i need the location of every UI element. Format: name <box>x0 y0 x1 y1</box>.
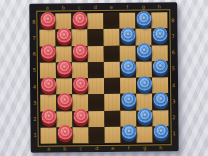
blue-piece-f3[interactable] <box>121 92 136 107</box>
board-frame: abcdefgh abcdefgh 87654321 87654321 <box>29 2 179 153</box>
square-b5[interactable] <box>56 62 72 78</box>
square-g6[interactable] <box>136 45 152 61</box>
red-piece-b3[interactable] <box>57 93 72 108</box>
square-h5[interactable] <box>152 61 168 77</box>
rank-label: 2 <box>32 111 38 127</box>
square-g1[interactable] <box>137 126 153 142</box>
blue-piece-h7[interactable] <box>152 27 167 42</box>
square-b1[interactable] <box>57 127 73 143</box>
blue-piece-h3[interactable] <box>153 92 168 107</box>
square-d4[interactable] <box>88 78 104 94</box>
rank-labels-right: 87654321 <box>170 12 177 142</box>
square-c8[interactable] <box>71 13 87 29</box>
file-labels-top: abcdefgh <box>39 3 167 10</box>
file-label: a <box>39 5 55 11</box>
file-label: h <box>151 3 167 9</box>
rank-label: 3 <box>171 93 177 109</box>
red-piece-a8[interactable] <box>40 12 55 27</box>
square-a6[interactable] <box>40 46 56 62</box>
red-piece-c2[interactable] <box>73 109 88 124</box>
rank-label: 7 <box>31 30 37 46</box>
board-grid <box>39 12 168 143</box>
square-d7[interactable] <box>87 29 103 45</box>
square-e3[interactable] <box>104 94 120 110</box>
rank-label: 1 <box>32 127 38 143</box>
rank-label: 2 <box>171 110 177 126</box>
rank-label: 5 <box>170 61 176 77</box>
file-label: a <box>41 145 57 151</box>
red-piece-b1[interactable] <box>57 125 72 140</box>
red-piece-a4[interactable] <box>40 77 55 92</box>
file-label: h <box>153 144 169 150</box>
red-piece-c8[interactable] <box>72 11 87 26</box>
square-d3[interactable] <box>88 94 104 110</box>
square-d2[interactable] <box>88 110 104 126</box>
square-d6[interactable] <box>88 46 104 62</box>
square-e1[interactable] <box>105 127 121 143</box>
file-label: f <box>121 145 137 151</box>
square-f7[interactable] <box>119 29 135 45</box>
rank-label: 1 <box>171 126 177 142</box>
square-c2[interactable] <box>72 111 88 127</box>
square-d5[interactable] <box>88 62 104 78</box>
square-a4[interactable] <box>40 79 56 95</box>
blue-piece-f1[interactable] <box>121 125 136 140</box>
square-d8[interactable] <box>87 13 103 29</box>
rank-label: 3 <box>32 95 38 111</box>
blue-piece-g2[interactable] <box>137 108 152 123</box>
file-label: f <box>119 4 135 10</box>
rank-label: 8 <box>31 14 37 30</box>
square-e4[interactable] <box>104 78 120 94</box>
file-label: b <box>57 145 73 151</box>
square-d1[interactable] <box>89 127 105 143</box>
red-piece-b7[interactable] <box>56 28 71 43</box>
photo-of-checkers-board: abcdefgh abcdefgh 87654321 87654321 <box>0 0 208 156</box>
blue-piece-h5[interactable] <box>152 59 167 74</box>
rank-labels-left: 87654321 <box>31 14 38 144</box>
square-c1[interactable] <box>73 127 89 143</box>
red-piece-a6[interactable] <box>40 44 55 59</box>
square-f5[interactable] <box>120 61 136 77</box>
square-a1[interactable] <box>41 127 57 143</box>
rank-label: 8 <box>170 12 176 28</box>
square-e2[interactable] <box>104 110 120 126</box>
red-piece-c6[interactable] <box>72 44 87 59</box>
red-piece-b5[interactable] <box>56 60 71 75</box>
square-g2[interactable] <box>136 110 152 126</box>
file-label: g <box>135 4 151 10</box>
square-e5[interactable] <box>104 62 120 78</box>
square-e6[interactable] <box>104 45 120 61</box>
blue-piece-g6[interactable] <box>136 43 151 58</box>
blue-piece-g4[interactable] <box>136 76 151 91</box>
file-label: c <box>73 145 89 151</box>
square-f1[interactable] <box>121 126 137 142</box>
file-label: d <box>87 4 103 10</box>
rank-label: 6 <box>170 45 176 61</box>
rank-label: 4 <box>32 79 38 95</box>
blue-piece-f7[interactable] <box>120 27 135 42</box>
file-label: e <box>105 145 121 151</box>
rank-label: 6 <box>31 46 37 62</box>
file-label: b <box>55 4 71 10</box>
rank-label: 4 <box>171 77 177 93</box>
square-h3[interactable] <box>152 94 168 110</box>
blue-piece-g8[interactable] <box>136 11 151 26</box>
blue-piece-h1[interactable] <box>153 124 168 139</box>
square-c4[interactable] <box>72 78 88 94</box>
square-b7[interactable] <box>55 30 71 46</box>
square-h1[interactable] <box>153 126 169 142</box>
file-label: d <box>89 145 105 151</box>
file-label: g <box>137 144 153 150</box>
square-a2[interactable] <box>40 111 56 127</box>
square-a8[interactable] <box>39 14 55 30</box>
square-f3[interactable] <box>120 94 136 110</box>
square-e8[interactable] <box>103 13 119 29</box>
red-piece-c4[interactable] <box>72 76 87 91</box>
square-b3[interactable] <box>56 95 72 111</box>
file-labels-bottom: abcdefgh <box>41 144 169 151</box>
file-label: c <box>71 4 87 10</box>
blue-piece-f5[interactable] <box>120 60 135 75</box>
square-c6[interactable] <box>72 46 88 62</box>
square-h7[interactable] <box>151 29 167 45</box>
square-g4[interactable] <box>136 77 152 93</box>
rank-label: 5 <box>31 62 37 78</box>
rank-label: 7 <box>170 28 176 44</box>
square-g8[interactable] <box>135 13 151 29</box>
square-e7[interactable] <box>103 29 119 45</box>
file-label: e <box>103 4 119 10</box>
red-piece-a2[interactable] <box>41 109 56 124</box>
